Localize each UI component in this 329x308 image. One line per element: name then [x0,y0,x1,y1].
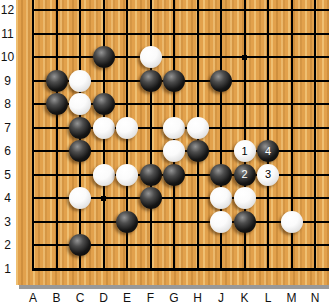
stone-white-g6[interactable] [163,140,185,162]
stone-black-j9[interactable] [210,70,232,92]
stone-white-d5[interactable] [93,164,115,186]
row-label-8: 8 [0,97,15,111]
row-label-9: 9 [0,74,15,88]
grid-line-col-N [314,0,316,270]
star-point-k10 [242,55,247,60]
stone-white-c9[interactable] [69,70,91,92]
stone-black-d8[interactable] [93,93,115,115]
grid-line-col-B [56,0,58,270]
row-label-7: 7 [0,121,15,135]
grid-line-row-1 [32,268,329,271]
star-point-d4 [101,196,106,201]
stone-white-e5[interactable] [116,164,138,186]
move-number-label: 1 [241,146,247,157]
stone-white-j3[interactable] [210,211,232,233]
stone-black-b9[interactable] [46,70,68,92]
stone-white-h7[interactable] [187,117,209,139]
board-edge-shadow [19,285,329,289]
row-label-10: 10 [0,50,15,64]
grid-line-row-11 [32,33,329,35]
stone-black-f9[interactable] [140,70,162,92]
col-label-G: G [164,291,184,305]
stone-white-k4[interactable] [234,187,256,209]
row-label-4: 4 [0,191,15,205]
row-label-5: 5 [0,168,15,182]
stone-white-j4[interactable] [210,187,232,209]
col-label-C: C [70,291,90,305]
stone-white-d7[interactable] [93,117,115,139]
grid-line-row-10 [32,56,329,58]
move-number-label: 4 [265,146,271,157]
move-number-label: 3 [265,169,271,180]
grid-line-row-12 [32,9,329,11]
stone-black-c2[interactable] [69,234,91,256]
row-label-3: 3 [0,215,15,229]
stone-black-b8[interactable] [46,93,68,115]
row-label-1: 1 [0,262,15,276]
go-board-diagram: 4213 ABCDEFGHJKLMN121110987654321 [0,0,329,308]
stone-black-d10[interactable] [93,46,115,68]
stone-black-f5[interactable] [140,164,162,186]
stone-black-g9[interactable] [163,70,185,92]
stone-white-l5[interactable]: 3 [257,164,279,186]
stone-black-e3[interactable] [116,211,138,233]
stone-black-f4[interactable] [140,187,162,209]
stone-white-c8[interactable] [69,93,91,115]
col-label-B: B [47,291,67,305]
stone-black-k5[interactable]: 2 [234,164,256,186]
col-label-H: H [188,291,208,305]
stone-white-k6[interactable]: 1 [234,140,256,162]
grid-line-col-L [267,0,269,270]
stone-white-f10[interactable] [140,46,162,68]
stone-black-k3[interactable] [234,211,256,233]
col-label-A: A [23,291,43,305]
stone-white-e7[interactable] [116,117,138,139]
col-label-D: D [94,291,114,305]
row-label-11: 11 [0,27,15,41]
col-label-E: E [117,291,137,305]
stone-black-c6[interactable] [69,140,91,162]
col-label-L: L [258,291,278,305]
stone-white-g7[interactable] [163,117,185,139]
col-label-N: N [305,291,325,305]
col-label-F: F [141,291,161,305]
col-label-K: K [235,291,255,305]
col-label-M: M [282,291,302,305]
grid-line-col-A [32,0,34,270]
col-label-J: J [211,291,231,305]
stone-white-c4[interactable] [69,187,91,209]
stone-white-m3[interactable] [281,211,303,233]
stone-black-g5[interactable] [163,164,185,186]
stone-black-j5[interactable] [210,164,232,186]
stone-black-c7[interactable] [69,117,91,139]
row-label-2: 2 [0,238,15,252]
stone-black-h6[interactable] [187,140,209,162]
grid-line-col-F [150,0,152,270]
row-label-12: 12 [0,3,15,17]
move-number-label: 2 [241,169,247,180]
stone-black-l6[interactable]: 4 [257,140,279,162]
row-label-6: 6 [0,144,15,158]
